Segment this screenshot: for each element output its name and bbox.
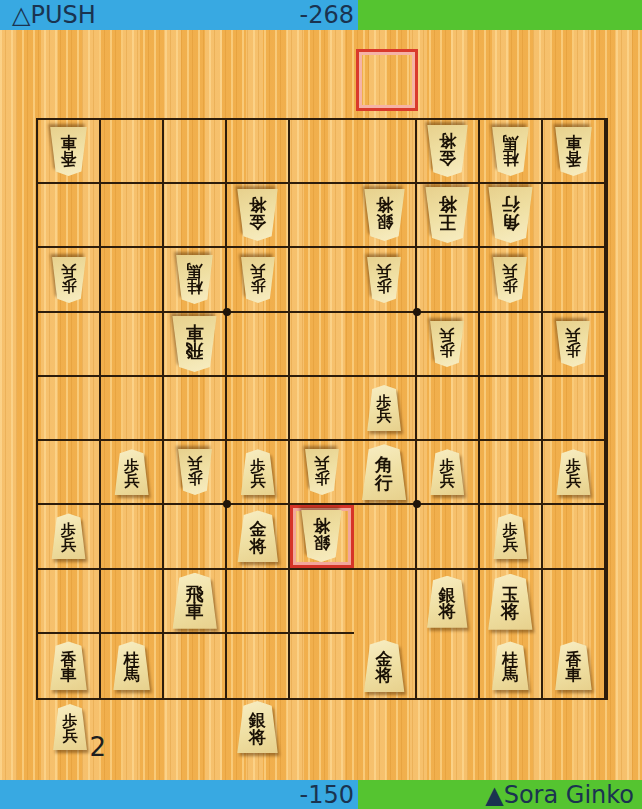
board-cell[interactable] [290,248,353,312]
shogi-piece-hisha[interactable]: 飛車 [171,316,218,372]
board-cell[interactable] [417,505,480,569]
board-cell[interactable]: 歩兵 [480,248,543,312]
gote-hand-highlight-square [356,49,418,111]
gote-player-name: △PUSH [12,1,96,29]
board-cell[interactable]: 香車 [38,634,101,698]
shogi-piece-fu[interactable]: 歩兵 [304,449,340,495]
board-cell[interactable] [101,184,164,248]
board-cell[interactable]: 香車 [543,120,606,184]
board-cell[interactable] [164,120,227,184]
shogi-piece-gyoku[interactable]: 玉将 [487,574,534,630]
board-cell[interactable]: 玉将 [480,570,543,634]
hand-slot-fu[interactable]: 歩兵2 [52,704,88,750]
shogi-board: 香車金将桂馬香車金将銀将王将角行歩兵桂馬歩兵歩兵歩兵飛車歩兵歩兵歩兵歩兵歩兵歩兵… [36,118,608,700]
shogi-piece-gin[interactable]: 銀将 [363,189,406,241]
board-cell[interactable]: 歩兵 [38,505,101,569]
shogi-piece-gin[interactable]: 銀将 [236,701,279,753]
gote-player-panel: △PUSH -268 [0,0,358,30]
board-cell[interactable]: 歩兵 [227,441,290,505]
shogi-piece-fu[interactable]: 歩兵 [366,257,402,303]
board-cell[interactable] [290,313,353,377]
board-cell[interactable] [354,505,417,569]
board-cell[interactable] [543,505,606,569]
shogi-piece-fu[interactable]: 歩兵 [366,385,402,431]
board-cell[interactable] [290,377,353,441]
board-cell[interactable] [101,377,164,441]
shogi-piece-kyo[interactable]: 香車 [49,127,88,176]
shogi-piece-ou[interactable]: 王将 [424,187,471,243]
board-cell[interactable] [101,505,164,569]
board-cell[interactable] [543,570,606,634]
gote-score: -268 [300,1,354,29]
board-cell[interactable] [480,441,543,505]
board-cell[interactable] [101,570,164,634]
shogi-piece-fu[interactable]: 歩兵 [51,513,87,559]
shogi-piece-kin[interactable]: 金将 [363,640,406,692]
shogi-piece-kyo[interactable]: 香車 [554,127,593,176]
board-cell[interactable]: 銀将 [290,505,353,569]
shogi-app-screen: △PUSH -268 香車金将桂馬香車金将銀将王将角行歩兵桂馬歩兵歩兵歩兵飛車歩… [0,0,642,809]
board-cell[interactable] [290,634,353,698]
gote-time-panel [358,0,642,30]
board-cell[interactable] [164,505,227,569]
shogi-piece-fu[interactable]: 歩兵 [114,449,150,495]
board-cell[interactable] [354,570,417,634]
board-cell[interactable] [38,377,101,441]
sente-score: -150 [300,781,354,809]
shogi-piece-fu[interactable]: 歩兵 [177,449,213,495]
hand-slot-gin[interactable]: 銀将 [236,701,279,753]
board-cell[interactable] [417,248,480,312]
top-status-bar: △PUSH -268 [0,0,642,30]
board-cell[interactable] [417,377,480,441]
board-cell[interactable] [290,120,353,184]
shogi-piece-fu[interactable]: 歩兵 [429,449,465,495]
board-cell[interactable] [543,377,606,441]
board-cell[interactable]: 金将 [227,184,290,248]
board-cell[interactable] [227,377,290,441]
board-cell[interactable]: 歩兵 [38,248,101,312]
board-cell[interactable] [227,570,290,634]
board-cell[interactable] [101,248,164,312]
board-cell[interactable]: 歩兵 [290,441,353,505]
board-cell[interactable]: 歩兵 [480,505,543,569]
board-cell[interactable]: 銀将 [354,184,417,248]
board-cell[interactable]: 歩兵 [101,441,164,505]
shogi-piece-kin[interactable]: 金将 [236,189,279,241]
shogi-piece-fu[interactable]: 歩兵 [492,257,528,303]
board-cell[interactable]: 銀将 [417,570,480,634]
hoshi-dot [223,500,231,508]
board-cell[interactable] [543,248,606,312]
board-cell[interactable] [164,377,227,441]
shogi-piece-fu[interactable]: 歩兵 [240,257,276,303]
board-cell[interactable]: 角行 [480,184,543,248]
board-cell[interactable] [543,184,606,248]
shogi-piece-kyo[interactable]: 香車 [49,641,88,690]
hoshi-dot [223,308,231,316]
shogi-piece-fu[interactable]: 歩兵 [492,513,528,559]
shogi-piece-gin[interactable]: 銀将 [426,576,469,628]
board-cell[interactable]: 桂馬 [480,634,543,698]
board-cell[interactable]: 桂馬 [164,248,227,312]
board-cell[interactable]: 飛車 [164,313,227,377]
board-cell[interactable]: 歩兵 [543,441,606,505]
board-cell[interactable]: 歩兵 [543,313,606,377]
board-cell[interactable] [38,441,101,505]
board-cell[interactable] [290,184,353,248]
sente-hand-tray: 歩兵2銀将 [36,701,608,779]
sente-player-name: ▲Sora Ginko [485,781,634,809]
bottom-status-bar: -150 ▲Sora Ginko [0,780,642,809]
board-cell[interactable] [480,377,543,441]
board-cell[interactable] [354,313,417,377]
shogi-piece-hisha[interactable]: 飛車 [171,573,218,629]
board-cell[interactable] [227,313,290,377]
shogi-piece-kei[interactable]: 桂馬 [491,641,530,690]
shogi-piece-kei[interactable]: 桂馬 [491,127,530,176]
sente-player-panel: ▲Sora Ginko [358,780,642,809]
board-cell[interactable] [164,184,227,248]
shogi-piece-kin[interactable]: 金将 [236,510,279,562]
board-cell[interactable] [354,120,417,184]
board-cell[interactable]: 香車 [38,120,101,184]
board-cell[interactable] [38,313,101,377]
shogi-piece-fu[interactable]: 歩兵 [555,449,591,495]
board-cell[interactable] [227,120,290,184]
hoshi-dot [413,500,421,508]
hand-piece-count: 2 [89,732,106,762]
board-cell[interactable]: 歩兵 [354,248,417,312]
board-cell[interactable]: 金将 [227,505,290,569]
shogi-piece-fu[interactable]: 歩兵 [51,257,87,303]
board-cell[interactable]: 飛車 [164,570,227,634]
board-cell[interactable]: 金将 [354,634,417,698]
shogi-piece-kaku[interactable]: 角行 [361,444,408,500]
board-cell[interactable]: 香車 [543,634,606,698]
shogi-piece-kyo[interactable]: 香車 [554,641,593,690]
board-cell[interactable] [38,570,101,634]
shogi-piece-fu[interactable]: 歩兵 [429,321,465,367]
hoshi-dot [413,308,421,316]
board-cell[interactable]: 角行 [354,441,417,505]
board-cell[interactable]: 金将 [417,120,480,184]
board-cell[interactable] [480,313,543,377]
board-cell[interactable]: 歩兵 [354,377,417,441]
board-cell[interactable]: 歩兵 [417,313,480,377]
board-cell[interactable]: 歩兵 [227,248,290,312]
board-cell[interactable] [227,634,290,698]
board-cell[interactable]: 桂馬 [101,634,164,698]
board-cell[interactable] [38,184,101,248]
board-cell[interactable] [164,634,227,698]
board-cell[interactable] [417,634,480,698]
board-cell[interactable] [101,120,164,184]
sente-score-panel: -150 [0,780,358,809]
shogi-piece-kei[interactable]: 桂馬 [175,255,214,304]
board-cell[interactable]: 王将 [417,184,480,248]
shogi-piece-gin[interactable]: 銀将 [300,510,343,562]
board-cell[interactable]: 歩兵 [417,441,480,505]
shogi-piece-fu[interactable]: 歩兵 [555,321,591,367]
shogi-piece-kei[interactable]: 桂馬 [112,641,151,690]
board-cell[interactable] [290,570,353,634]
board-cell[interactable]: 歩兵 [164,441,227,505]
board-cell[interactable] [101,313,164,377]
shogi-piece-fu[interactable]: 歩兵 [240,449,276,495]
shogi-piece-kin[interactable]: 金将 [426,125,469,177]
board-cell[interactable]: 桂馬 [480,120,543,184]
shogi-piece-fu[interactable]: 歩兵 [52,704,88,750]
shogi-piece-kaku[interactable]: 角行 [487,187,534,243]
